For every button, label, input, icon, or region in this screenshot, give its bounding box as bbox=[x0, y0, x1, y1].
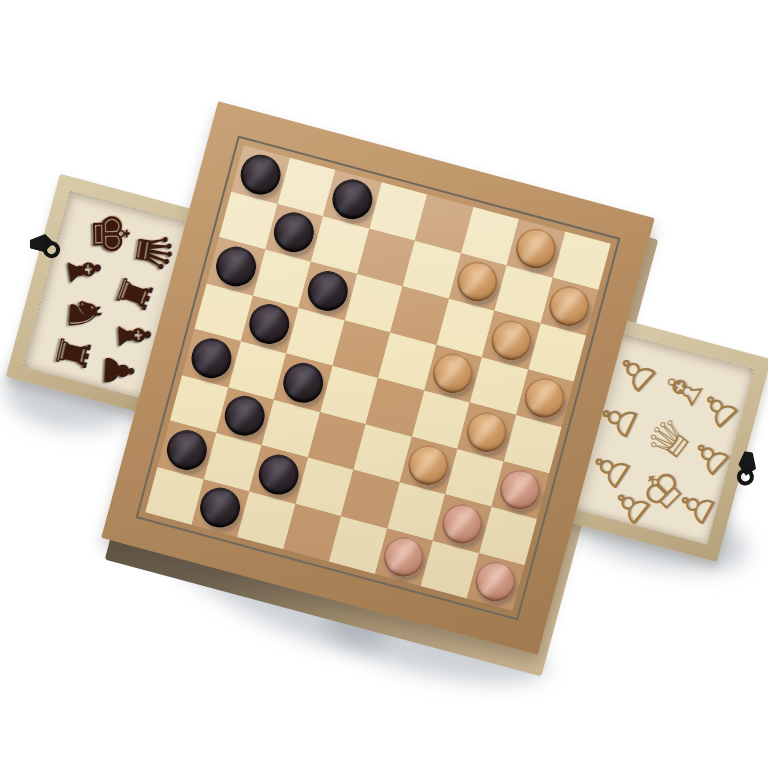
dark-checker-a2[interactable] bbox=[162, 425, 211, 474]
light-checker-g8[interactable] bbox=[511, 224, 560, 273]
chess-piece-dark-knight[interactable]: ♞ bbox=[61, 292, 108, 335]
light-checker-h1[interactable] bbox=[471, 557, 520, 606]
dark-checker-b3[interactable] bbox=[220, 392, 269, 441]
checkers-layer bbox=[145, 145, 610, 610]
dark-checker-c6[interactable] bbox=[303, 266, 352, 315]
light-checker-g6[interactable] bbox=[487, 315, 536, 364]
dark-checker-c8[interactable] bbox=[328, 174, 377, 223]
light-checker-h7[interactable] bbox=[545, 282, 594, 331]
dark-checker-b1[interactable] bbox=[196, 483, 245, 532]
light-checker-g2[interactable] bbox=[437, 499, 486, 548]
chess-piece-dark-bishop[interactable]: ♝ bbox=[59, 247, 109, 293]
dark-checker-a6[interactable] bbox=[211, 242, 260, 291]
dark-checker-b5[interactable] bbox=[245, 300, 294, 349]
dark-checker-a4[interactable] bbox=[187, 333, 236, 382]
dark-checker-c4[interactable] bbox=[279, 358, 328, 407]
light-checker-f3[interactable] bbox=[404, 441, 453, 490]
light-checker-f5[interactable] bbox=[428, 349, 477, 398]
dark-checker-c2[interactable] bbox=[254, 450, 303, 499]
product-photo-scene: ♟♚♛♝♜♞♝♜♟♟♙♗♙♙♕♙♙♔♙♙ bbox=[0, 0, 768, 768]
dark-checker-b7[interactable] bbox=[270, 208, 319, 257]
dark-checker-a8[interactable] bbox=[236, 150, 285, 199]
chess-piece-dark-pawn[interactable]: ♟ bbox=[98, 352, 140, 390]
light-checker-h3[interactable] bbox=[496, 465, 545, 514]
light-checker-f7[interactable] bbox=[453, 257, 502, 306]
light-checker-f1[interactable] bbox=[379, 533, 428, 582]
light-checker-h5[interactable] bbox=[520, 374, 569, 423]
light-checker-g4[interactable] bbox=[462, 407, 511, 456]
